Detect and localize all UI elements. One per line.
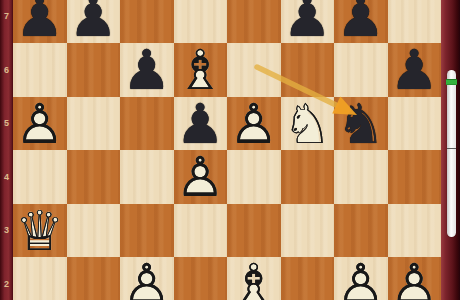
square-b5 (67, 97, 121, 151)
rank-label-5: 5 (0, 117, 13, 129)
black-pawn-a7: ♟ (13, 0, 67, 43)
rank-label-3: 3 (0, 224, 13, 236)
square-g5: ♞ (334, 97, 388, 151)
square-g2: ♟♙ (334, 257, 388, 300)
white-pawn-a5: ♟♙ (13, 97, 67, 151)
white-pawn-d4: ♟♙ (174, 150, 228, 204)
square-h2: ♟♙ (388, 257, 442, 300)
black-pawn-h6: ♟ (388, 43, 442, 97)
rank-label-strip: 765432 (0, 0, 13, 300)
square-a3: ♛♕ (13, 204, 67, 258)
square-h3 (388, 204, 442, 258)
white-bishop-e2: ♝♗ (227, 257, 281, 300)
square-a6 (13, 43, 67, 97)
square-d6: ♝♗ (174, 43, 228, 97)
white-bishop-d6: ♝♗ (174, 43, 228, 97)
slider-green-stripe (446, 79, 457, 85)
square-f5: ♞♘ (281, 97, 335, 151)
square-c6: ♟ (120, 43, 174, 97)
square-a4 (13, 150, 67, 204)
square-d7 (174, 0, 228, 43)
square-d3 (174, 204, 228, 258)
rank-label-4: 4 (0, 171, 13, 183)
square-b7: ♟ (67, 0, 121, 43)
square-e5: ♟♙ (227, 97, 281, 151)
square-h6: ♟ (388, 43, 442, 97)
white-pawn-c2: ♟♙ (120, 257, 174, 300)
square-a2 (13, 257, 67, 300)
square-g3 (334, 204, 388, 258)
black-pawn-d5: ♟ (174, 97, 228, 151)
square-a5: ♟♙ (13, 97, 67, 151)
white-knight-f5: ♞♘ (281, 97, 335, 151)
rank-label-2: 2 (0, 278, 13, 290)
square-f4 (281, 150, 335, 204)
square-g7: ♟ (334, 0, 388, 43)
square-d2 (174, 257, 228, 300)
white-pawn-g2: ♟♙ (334, 257, 388, 300)
square-d4: ♟♙ (174, 150, 228, 204)
chess-board: ♟♟♟♟♟♝♗♟♟♙♟♟♙♞♘♞♟♙♛♕♟♙♝♗♟♙♟♙ (13, 0, 441, 300)
square-e6 (227, 43, 281, 97)
square-c2: ♟♙ (120, 257, 174, 300)
square-h7 (388, 0, 442, 43)
black-knight-g5: ♞ (334, 97, 388, 151)
square-f6 (281, 43, 335, 97)
rank-label-7: 7 (0, 10, 13, 22)
square-c3 (120, 204, 174, 258)
square-b3 (67, 204, 121, 258)
square-a7: ♟ (13, 0, 67, 43)
black-pawn-b7: ♟ (67, 0, 121, 43)
square-b2 (67, 257, 121, 300)
square-f3 (281, 204, 335, 258)
square-h5 (388, 97, 442, 151)
black-pawn-f7: ♟ (281, 0, 335, 43)
square-e7 (227, 0, 281, 43)
square-e4 (227, 150, 281, 204)
square-g6 (334, 43, 388, 97)
square-f2 (281, 257, 335, 300)
square-f7: ♟ (281, 0, 335, 43)
square-g4 (334, 150, 388, 204)
square-c4 (120, 150, 174, 204)
square-b6 (67, 43, 121, 97)
square-h4 (388, 150, 442, 204)
slider-divider-line (447, 148, 456, 149)
square-c5 (120, 97, 174, 151)
square-d5: ♟ (174, 97, 228, 151)
white-queen-a3: ♛♕ (13, 204, 67, 258)
black-pawn-g7: ♟ (334, 0, 388, 43)
square-b4 (67, 150, 121, 204)
square-e2: ♝♗ (227, 257, 281, 300)
scrollbar-thumb[interactable] (447, 70, 456, 237)
black-pawn-c6: ♟ (120, 43, 174, 97)
square-e3 (227, 204, 281, 258)
white-pawn-e5: ♟♙ (227, 97, 281, 151)
white-pawn-h2: ♟♙ (388, 257, 442, 300)
square-c7 (120, 0, 174, 43)
chess-diagram: ♟♟♟♟♟♝♗♟♟♙♟♟♙♞♘♞♟♙♛♕♟♙♝♗♟♙♟♙ 765432 (0, 0, 460, 300)
rank-label-6: 6 (0, 64, 13, 76)
